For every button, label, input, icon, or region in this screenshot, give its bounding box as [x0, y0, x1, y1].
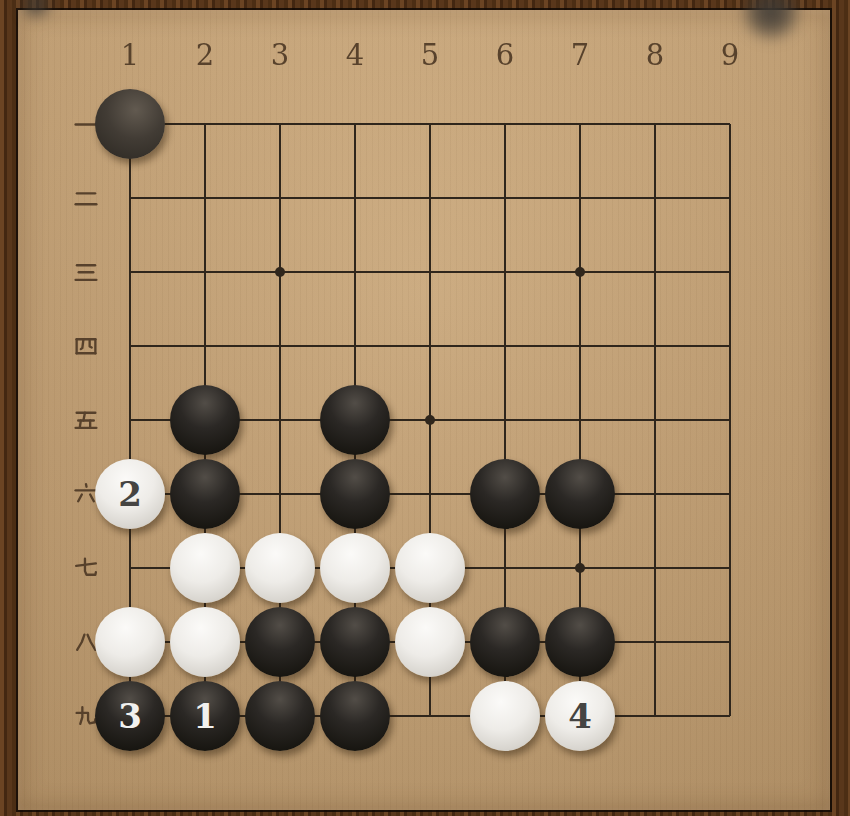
move-number-label: 1	[193, 699, 217, 733]
column-label-9: 9	[710, 38, 750, 72]
stone-white-1-6-move-2: 2	[95, 459, 165, 529]
stone-white-4-7	[320, 533, 390, 603]
column-label-6: 6	[485, 38, 525, 72]
stone-black-6-8	[470, 607, 540, 677]
column-label-2: 2	[185, 38, 225, 72]
stone-black-6-6	[470, 459, 540, 529]
star-point	[275, 267, 285, 277]
stone-white-1-8	[95, 607, 165, 677]
star-point	[425, 415, 435, 425]
row-label-7	[73, 555, 99, 581]
stone-white-5-7	[395, 533, 465, 603]
stone-black-3-8	[245, 607, 315, 677]
stone-black-1-9-move-3: 3	[95, 681, 165, 751]
row-label-3	[73, 259, 99, 285]
stone-white-2-7	[170, 533, 240, 603]
blurred-stone-shadow-top-right	[743, 0, 799, 40]
star-point	[575, 563, 585, 573]
move-number-label: 3	[118, 699, 142, 733]
blurred-stone-shadow-top-left	[22, 0, 50, 18]
column-label-4: 4	[335, 38, 375, 72]
stone-black-2-5	[170, 385, 240, 455]
move-number-label: 4	[568, 699, 592, 733]
column-label-3: 3	[260, 38, 300, 72]
stone-black-3-9	[245, 681, 315, 751]
row-label-5	[73, 407, 99, 433]
stone-black-7-6	[545, 459, 615, 529]
go-app-window: 1234567892314	[0, 0, 850, 816]
stone-white-3-7	[245, 533, 315, 603]
column-label-7: 7	[560, 38, 600, 72]
stone-black-7-8	[545, 607, 615, 677]
stone-black-4-8	[320, 607, 390, 677]
stone-black-4-6	[320, 459, 390, 529]
row-label-2	[73, 185, 99, 211]
stone-white-6-9	[470, 681, 540, 751]
move-number-label: 2	[118, 477, 142, 511]
column-label-8: 8	[635, 38, 675, 72]
column-label-1: 1	[110, 38, 150, 72]
stone-black-4-5	[320, 385, 390, 455]
star-point	[575, 267, 585, 277]
go-board[interactable]: 1234567892314	[18, 10, 830, 810]
stone-white-2-8	[170, 607, 240, 677]
stone-white-5-8	[395, 607, 465, 677]
stone-white-7-9-move-4: 4	[545, 681, 615, 751]
column-label-5: 5	[410, 38, 450, 72]
stone-black-1-1	[95, 89, 165, 159]
stone-black-2-6	[170, 459, 240, 529]
stone-black-4-9	[320, 681, 390, 751]
row-label-4	[73, 333, 99, 359]
stone-black-2-9-move-1: 1	[170, 681, 240, 751]
